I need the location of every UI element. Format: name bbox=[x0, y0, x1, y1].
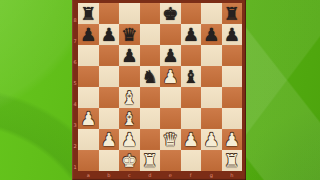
square-f2[interactable]: ♟ bbox=[181, 129, 202, 150]
thumbnail-canvas: 87654321 abcdefgh ♜♚♜♟♟♛♟♟♟♟♟♞♟♝♝♟♝♟♟♛♟♟… bbox=[0, 0, 320, 180]
file-label-f: f bbox=[181, 171, 202, 180]
square-e8[interactable]: ♚ bbox=[160, 3, 181, 24]
black-pawn-b7: ♟ bbox=[101, 25, 117, 43]
square-a5[interactable] bbox=[78, 66, 99, 87]
square-g2[interactable]: ♟ bbox=[201, 129, 222, 150]
white-queen-e2: ♛ bbox=[162, 130, 178, 148]
square-c4[interactable]: ♝ bbox=[119, 87, 140, 108]
square-f8[interactable] bbox=[181, 3, 202, 24]
white-bishop-c4: ♝ bbox=[121, 88, 137, 106]
white-pawn-e5: ♟ bbox=[162, 67, 178, 85]
white-rook-d1: ♜ bbox=[142, 151, 158, 169]
square-g3[interactable] bbox=[201, 108, 222, 129]
white-pawn-g2: ♟ bbox=[203, 130, 219, 148]
square-a7[interactable]: ♟ bbox=[78, 24, 99, 45]
square-d4[interactable] bbox=[140, 87, 161, 108]
black-queen-c7: ♛ bbox=[121, 25, 137, 43]
square-g8[interactable] bbox=[201, 3, 222, 24]
file-label-d: d bbox=[140, 171, 161, 180]
white-pawn-f2: ♟ bbox=[183, 130, 199, 148]
square-h8[interactable]: ♜ bbox=[222, 3, 243, 24]
square-c6[interactable]: ♟ bbox=[119, 45, 140, 66]
square-d1[interactable]: ♜ bbox=[140, 150, 161, 171]
square-c5[interactable] bbox=[119, 66, 140, 87]
square-b3[interactable] bbox=[99, 108, 120, 129]
square-g5[interactable] bbox=[201, 66, 222, 87]
square-d6[interactable] bbox=[140, 45, 161, 66]
square-c7[interactable]: ♛ bbox=[119, 24, 140, 45]
square-d2[interactable] bbox=[140, 129, 161, 150]
black-king-e8: ♚ bbox=[162, 4, 178, 22]
square-c8[interactable] bbox=[119, 3, 140, 24]
square-a4[interactable] bbox=[78, 87, 99, 108]
black-pawn-f7: ♟ bbox=[183, 25, 199, 43]
square-b4[interactable] bbox=[99, 87, 120, 108]
white-pawn-a3: ♟ bbox=[80, 109, 96, 127]
square-b1[interactable] bbox=[99, 150, 120, 171]
black-bishop-f5: ♝ bbox=[183, 67, 199, 85]
square-d8[interactable] bbox=[140, 3, 161, 24]
square-f3[interactable] bbox=[181, 108, 202, 129]
square-f1[interactable] bbox=[181, 150, 202, 171]
square-h2[interactable]: ♟ bbox=[222, 129, 243, 150]
square-e5[interactable]: ♟ bbox=[160, 66, 181, 87]
square-b5[interactable] bbox=[99, 66, 120, 87]
black-pawn-g7: ♟ bbox=[203, 25, 219, 43]
square-e7[interactable] bbox=[160, 24, 181, 45]
chess-board-frame: 87654321 abcdefgh ♜♚♜♟♟♛♟♟♟♟♟♞♟♝♝♟♝♟♟♛♟♟… bbox=[72, 0, 246, 180]
square-b6[interactable] bbox=[99, 45, 120, 66]
square-e2[interactable]: ♛ bbox=[160, 129, 181, 150]
file-label-e: e bbox=[160, 171, 181, 180]
white-pawn-h2: ♟ bbox=[224, 130, 240, 148]
square-h7[interactable]: ♟ bbox=[222, 24, 243, 45]
black-pawn-h7: ♟ bbox=[224, 25, 240, 43]
file-label-c: c bbox=[119, 171, 140, 180]
square-a8[interactable]: ♜ bbox=[78, 3, 99, 24]
black-pawn-a7: ♟ bbox=[80, 25, 96, 43]
square-d3[interactable] bbox=[140, 108, 161, 129]
file-label-b: b bbox=[99, 171, 120, 180]
square-g6[interactable] bbox=[201, 45, 222, 66]
file-label-a: a bbox=[78, 171, 99, 180]
square-f7[interactable]: ♟ bbox=[181, 24, 202, 45]
square-c2[interactable]: ♟ bbox=[119, 129, 140, 150]
square-e4[interactable] bbox=[160, 87, 181, 108]
square-e1[interactable] bbox=[160, 150, 181, 171]
black-rook-h8: ♜ bbox=[224, 4, 240, 22]
square-a3[interactable]: ♟ bbox=[78, 108, 99, 129]
square-h5[interactable] bbox=[222, 66, 243, 87]
black-rook-a8: ♜ bbox=[80, 4, 96, 22]
square-g7[interactable]: ♟ bbox=[201, 24, 222, 45]
square-e6[interactable]: ♟ bbox=[160, 45, 181, 66]
square-g1[interactable] bbox=[201, 150, 222, 171]
square-h3[interactable] bbox=[222, 108, 243, 129]
black-pawn-c6: ♟ bbox=[121, 46, 137, 64]
square-b8[interactable] bbox=[99, 3, 120, 24]
black-knight-d5: ♞ bbox=[142, 67, 158, 85]
square-h4[interactable] bbox=[222, 87, 243, 108]
file-label-g: g bbox=[201, 171, 222, 180]
square-e3[interactable] bbox=[160, 108, 181, 129]
square-g4[interactable] bbox=[201, 87, 222, 108]
white-bishop-c3: ♝ bbox=[121, 109, 137, 127]
file-labels: abcdefgh bbox=[78, 171, 242, 180]
white-pawn-c2: ♟ bbox=[121, 130, 137, 148]
square-a1[interactable] bbox=[78, 150, 99, 171]
square-c1[interactable]: ♚ bbox=[119, 150, 140, 171]
black-pawn-e6: ♟ bbox=[162, 46, 178, 64]
square-a6[interactable] bbox=[78, 45, 99, 66]
square-d7[interactable] bbox=[140, 24, 161, 45]
square-f5[interactable]: ♝ bbox=[181, 66, 202, 87]
square-h6[interactable] bbox=[222, 45, 243, 66]
square-b7[interactable]: ♟ bbox=[99, 24, 120, 45]
chess-board: ♜♚♜♟♟♛♟♟♟♟♟♞♟♝♝♟♝♟♟♛♟♟♟♚♜♜ bbox=[78, 3, 242, 171]
white-pawn-b2: ♟ bbox=[101, 130, 117, 148]
square-b2[interactable]: ♟ bbox=[99, 129, 120, 150]
square-d5[interactable]: ♞ bbox=[140, 66, 161, 87]
square-c3[interactable]: ♝ bbox=[119, 108, 140, 129]
white-rook-h1: ♜ bbox=[224, 151, 240, 169]
white-king-c1: ♚ bbox=[121, 151, 137, 169]
square-f4[interactable] bbox=[181, 87, 202, 108]
square-f6[interactable] bbox=[181, 45, 202, 66]
square-h1[interactable]: ♜ bbox=[222, 150, 243, 171]
file-label-h: h bbox=[222, 171, 243, 180]
square-a2[interactable] bbox=[78, 129, 99, 150]
